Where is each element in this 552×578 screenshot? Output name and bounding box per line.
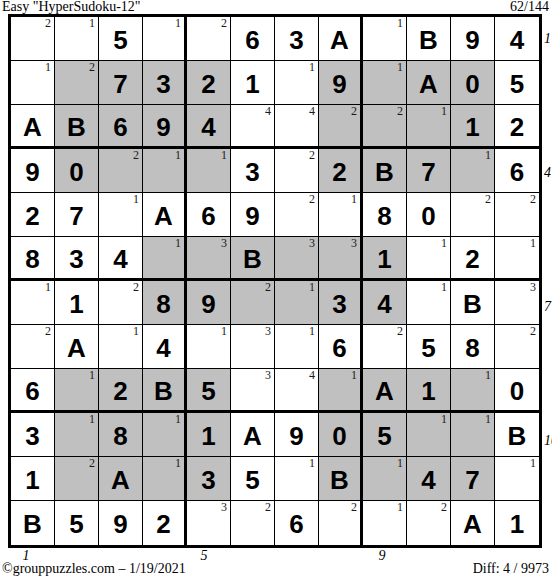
- cell-r3c8[interactable]: 2: [319, 105, 363, 149]
- puzzle-title: Easy "HyperSudoku-12": [2, 0, 141, 14]
- col-label-9: 9: [375, 549, 389, 563]
- given-value: 0: [421, 203, 435, 229]
- given-value: 4: [377, 291, 391, 317]
- pencil-mark: 2: [309, 149, 315, 162]
- cell-r10c2[interactable]: 1: [55, 413, 99, 457]
- cell-r9c9[interactable]: A: [363, 369, 407, 413]
- cell-r1c11[interactable]: 9: [451, 17, 495, 61]
- given-value: B: [330, 467, 349, 493]
- cell-r6c1[interactable]: 8: [11, 237, 55, 281]
- given-value: 3: [245, 159, 259, 185]
- given-value: 1: [510, 511, 524, 537]
- pencil-mark: 2: [441, 501, 447, 514]
- cell-r5c7[interactable]: 2: [275, 193, 319, 237]
- pencil-mark: 1: [89, 413, 95, 426]
- given-value: 5: [510, 71, 524, 97]
- cell-r4c5[interactable]: 1: [187, 149, 231, 193]
- cell-r2c9[interactable]: 1: [363, 61, 407, 105]
- cell-r8c1[interactable]: 2: [11, 325, 55, 369]
- given-value: 8: [465, 335, 479, 361]
- given-value: 8: [377, 203, 391, 229]
- cell-r7c1[interactable]: 1: [11, 281, 55, 325]
- cell-r7c12[interactable]: 3: [495, 281, 539, 325]
- pencil-mark: 1: [397, 457, 403, 470]
- given-value: 2: [332, 159, 346, 185]
- given-value: 7: [465, 467, 479, 493]
- pencil-mark: 1: [221, 325, 227, 338]
- pencil-mark: 3: [221, 237, 227, 250]
- given-value: 5: [377, 423, 391, 449]
- cell-r12c8[interactable]: 2: [319, 501, 363, 545]
- puzzle-counter: 62/144: [510, 0, 549, 14]
- cell-r1c4[interactable]: 1: [143, 17, 187, 61]
- pencil-mark: 2: [397, 325, 403, 338]
- cell-r7c5[interactable]: 9: [187, 281, 231, 325]
- pencil-mark: 1: [441, 105, 447, 118]
- pencil-mark: 1: [485, 369, 491, 382]
- cell-r5c8[interactable]: 1: [319, 193, 363, 237]
- cell-r6c9[interactable]: 1: [363, 237, 407, 281]
- cell-r12c5[interactable]: 3: [187, 501, 231, 545]
- cell-r11c11[interactable]: 7: [451, 457, 495, 501]
- cell-r3c3[interactable]: 6: [99, 105, 143, 149]
- cell-r2c4[interactable]: 3: [143, 61, 187, 105]
- pencil-mark: 3: [309, 237, 315, 250]
- given-value: 5: [69, 511, 83, 537]
- cell-r9c7[interactable]: 4: [275, 369, 319, 413]
- col-label-5: 5: [197, 549, 211, 563]
- pencil-mark: 2: [309, 193, 315, 206]
- pencil-mark: 4: [309, 369, 315, 382]
- cell-r4c7[interactable]: 2: [275, 149, 319, 193]
- given-value: B: [508, 423, 527, 449]
- cell-r10c10[interactable]: 1: [407, 413, 451, 457]
- cell-r4c6[interactable]: 3: [231, 149, 275, 193]
- given-value: A: [154, 203, 173, 229]
- cell-r10c12[interactable]: B: [495, 413, 539, 457]
- given-value: 4: [113, 246, 127, 272]
- cell-r4c1[interactable]: 9: [11, 149, 55, 193]
- cell-r4c4[interactable]: 1: [143, 149, 187, 193]
- cell-r10c9[interactable]: 5: [363, 413, 407, 457]
- cell-r5c5[interactable]: 6: [187, 193, 231, 237]
- given-value: 3: [289, 27, 303, 53]
- cell-r1c6[interactable]: 6: [231, 17, 275, 61]
- pencil-mark: 1: [89, 17, 95, 30]
- given-value: 6: [201, 203, 215, 229]
- cell-r6c4[interactable]: 1: [143, 237, 187, 281]
- cell-r8c5[interactable]: 1: [187, 325, 231, 369]
- pencil-mark: 1: [351, 193, 357, 206]
- given-value: 7: [113, 71, 127, 97]
- cell-r7c11[interactable]: B: [451, 281, 495, 325]
- cell-r11c4[interactable]: 1: [143, 457, 187, 501]
- given-value: 1: [465, 114, 479, 140]
- cell-r9c10[interactable]: 1: [407, 369, 451, 413]
- cell-r12c10[interactable]: 2: [407, 501, 451, 545]
- given-value: 0: [332, 423, 346, 449]
- pencil-mark: 4: [265, 105, 271, 118]
- pencil-mark: 1: [309, 457, 315, 470]
- pencil-mark: 4: [309, 105, 315, 118]
- cell-r8c6[interactable]: 3: [231, 325, 275, 369]
- cell-r6c10[interactable]: 1: [407, 237, 451, 281]
- given-value: 3: [69, 246, 83, 272]
- pencil-mark: 3: [265, 369, 271, 382]
- pencil-mark: 1: [89, 369, 95, 382]
- pencil-mark: 2: [485, 193, 491, 206]
- cell-r5c1[interactable]: 2: [11, 193, 55, 237]
- cell-r11c2[interactable]: 2: [55, 457, 99, 501]
- cell-r10c7[interactable]: 9: [275, 413, 319, 457]
- pencil-mark: 1: [175, 413, 181, 426]
- given-value: 9: [289, 423, 303, 449]
- cell-r4c3[interactable]: 2: [99, 149, 143, 193]
- cell-r5c11[interactable]: 2: [451, 193, 495, 237]
- cell-r4c10[interactable]: 7: [407, 149, 451, 193]
- cell-r3c1[interactable]: A: [11, 105, 55, 149]
- given-value: 8: [156, 291, 170, 317]
- pencil-mark: 2: [89, 61, 95, 74]
- given-value: 2: [465, 246, 479, 272]
- cell-r2c8[interactable]: 9: [319, 61, 363, 105]
- given-value: B: [243, 246, 262, 272]
- given-value: 1: [377, 246, 391, 272]
- cell-r11c3[interactable]: A: [99, 457, 143, 501]
- cell-r10c8[interactable]: 0: [319, 413, 363, 457]
- cell-r10c11[interactable]: 1: [451, 413, 495, 457]
- pencil-mark: 1: [485, 149, 491, 162]
- cell-r9c12[interactable]: 0: [495, 369, 539, 413]
- given-value: 2: [510, 114, 524, 140]
- cell-r6c12[interactable]: 1: [495, 237, 539, 281]
- cell-r8c9[interactable]: 2: [363, 325, 407, 369]
- cell-r7c6[interactable]: 2: [231, 281, 275, 325]
- cell-r4c12[interactable]: 6: [495, 149, 539, 193]
- given-value: 5: [113, 27, 127, 53]
- cell-r11c7[interactable]: 1: [275, 457, 319, 501]
- pencil-mark: 2: [265, 501, 271, 514]
- cell-r4c8[interactable]: 2: [319, 149, 363, 193]
- cell-r11c6[interactable]: 5: [231, 457, 275, 501]
- cell-r11c1[interactable]: 1: [11, 457, 55, 501]
- sudoku-board: 2151263A1B94127321191A05AB69444221129021…: [8, 14, 542, 548]
- given-value: 8: [25, 246, 39, 272]
- pencil-mark: 1: [133, 325, 139, 338]
- cell-r7c10[interactable]: 1: [407, 281, 451, 325]
- pencil-mark: 1: [175, 237, 181, 250]
- cell-r5c9[interactable]: 8: [363, 193, 407, 237]
- cell-r2c5[interactable]: 2: [187, 61, 231, 105]
- pencil-mark: 2: [133, 281, 139, 294]
- pencil-mark: 1: [45, 281, 51, 294]
- given-value: 1: [25, 467, 39, 493]
- cell-r11c8[interactable]: B: [319, 457, 363, 501]
- cell-r2c10[interactable]: A: [407, 61, 451, 105]
- given-value: 4: [510, 27, 524, 53]
- pencil-mark: 1: [441, 237, 447, 250]
- pencil-mark: 2: [265, 281, 271, 294]
- cell-r3c9[interactable]: 2: [363, 105, 407, 149]
- cell-r8c3[interactable]: 1: [99, 325, 143, 369]
- cell-r1c5[interactable]: 2: [187, 17, 231, 61]
- given-value: 7: [69, 203, 83, 229]
- pencil-mark: 1: [441, 413, 447, 426]
- cell-r7c4[interactable]: 8: [143, 281, 187, 325]
- cell-r6c2[interactable]: 3: [55, 237, 99, 281]
- cell-r2c11[interactable]: 0: [451, 61, 495, 105]
- given-value: 9: [25, 159, 39, 185]
- given-value: 5: [201, 378, 215, 404]
- given-value: 1: [69, 291, 83, 317]
- cell-r11c5[interactable]: 3: [187, 457, 231, 501]
- row-label-1: 1: [544, 32, 552, 46]
- given-value: 0: [510, 378, 524, 404]
- given-value: A: [243, 423, 262, 449]
- cell-r2c7[interactable]: 1: [275, 61, 319, 105]
- cell-r1c1[interactable]: 2: [11, 17, 55, 61]
- pencil-mark: 1: [351, 369, 357, 382]
- given-value: A: [330, 27, 349, 53]
- pencil-mark: 1: [45, 61, 51, 74]
- cell-r4c9[interactable]: B: [363, 149, 407, 193]
- pencil-mark: 2: [45, 325, 51, 338]
- cell-r12c6[interactable]: 2: [231, 501, 275, 545]
- cell-r9c3[interactable]: 2: [99, 369, 143, 413]
- pencil-mark: 1: [441, 281, 447, 294]
- cell-r11c12[interactable]: 1: [495, 457, 539, 501]
- pencil-mark: 2: [530, 325, 536, 338]
- cell-r7c3[interactable]: 2: [99, 281, 143, 325]
- cell-r7c8[interactable]: 3: [319, 281, 363, 325]
- cell-r5c4[interactable]: A: [143, 193, 187, 237]
- given-value: 4: [156, 335, 170, 361]
- given-value: 5: [421, 335, 435, 361]
- cell-r11c10[interactable]: 4: [407, 457, 451, 501]
- cell-r12c12[interactable]: 1: [495, 501, 539, 545]
- pencil-mark: 1: [175, 457, 181, 470]
- pencil-mark: 1: [397, 17, 403, 30]
- pencil-mark: 1: [530, 237, 536, 250]
- cell-r2c2[interactable]: 2: [55, 61, 99, 105]
- cell-r1c12[interactable]: 4: [495, 17, 539, 61]
- cell-r7c9[interactable]: 4: [363, 281, 407, 325]
- cell-r10c1[interactable]: 3: [11, 413, 55, 457]
- cell-r6c7[interactable]: 3: [275, 237, 319, 281]
- pencil-mark: 1: [309, 325, 315, 338]
- given-value: B: [375, 159, 394, 185]
- pencil-mark: 1: [309, 61, 315, 74]
- pencil-mark: 1: [221, 149, 227, 162]
- cell-r12c9[interactable]: 1: [363, 501, 407, 545]
- cell-r10c3[interactable]: 8: [99, 413, 143, 457]
- given-value: 9: [201, 291, 215, 317]
- pencil-mark: 1: [175, 17, 181, 30]
- given-value: 1: [421, 378, 435, 404]
- cell-r12c3[interactable]: 9: [99, 501, 143, 545]
- cell-r12c7[interactable]: 6: [275, 501, 319, 545]
- cell-r2c3[interactable]: 7: [99, 61, 143, 105]
- given-value: 2: [25, 203, 39, 229]
- given-value: A: [419, 71, 438, 97]
- given-value: 6: [289, 511, 303, 537]
- pencil-mark: 2: [221, 17, 227, 30]
- given-value: 7: [421, 159, 435, 185]
- given-value: A: [67, 335, 86, 361]
- given-value: 9: [245, 203, 259, 229]
- cell-r10c5[interactable]: 1: [187, 413, 231, 457]
- pencil-mark: 2: [45, 17, 51, 30]
- given-value: 6: [332, 335, 346, 361]
- difficulty-text: Diff: 4 / 9973: [473, 561, 549, 576]
- given-value: 8: [113, 423, 127, 449]
- cell-r9c8[interactable]: 1: [319, 369, 363, 413]
- given-value: 9: [332, 71, 346, 97]
- pencil-mark: 2: [397, 105, 403, 118]
- pencil-mark: 1: [485, 413, 491, 426]
- cell-r6c6[interactable]: B: [231, 237, 275, 281]
- cell-r2c1[interactable]: 1: [11, 61, 55, 105]
- cell-r9c5[interactable]: 5: [187, 369, 231, 413]
- given-value: 5: [245, 467, 259, 493]
- cell-r1c3[interactable]: 5: [99, 17, 143, 61]
- cell-r4c11[interactable]: 1: [451, 149, 495, 193]
- pencil-mark: 1: [133, 193, 139, 206]
- pencil-mark: 3: [265, 325, 271, 338]
- cell-r8c4[interactable]: 4: [143, 325, 187, 369]
- given-value: 3: [201, 467, 215, 493]
- pencil-mark: 2: [133, 149, 139, 162]
- pencil-mark: 2: [530, 193, 536, 206]
- given-value: B: [419, 27, 438, 53]
- given-value: 0: [465, 71, 479, 97]
- cell-r10c4[interactable]: 1: [143, 413, 187, 457]
- cell-r5c6[interactable]: 9: [231, 193, 275, 237]
- cell-r3c11[interactable]: 1: [451, 105, 495, 149]
- given-value: 2: [113, 378, 127, 404]
- given-value: 2: [201, 71, 215, 97]
- cell-r12c1[interactable]: B: [11, 501, 55, 545]
- cell-r3c10[interactable]: 1: [407, 105, 451, 149]
- pencil-mark: 3: [351, 237, 357, 250]
- cell-r2c6[interactable]: 1: [231, 61, 275, 105]
- cell-r8c10[interactable]: 5: [407, 325, 451, 369]
- cell-r7c7[interactable]: 1: [275, 281, 319, 325]
- pencil-mark: 2: [351, 501, 357, 514]
- cell-r9c6[interactable]: 3: [231, 369, 275, 413]
- cell-r1c9[interactable]: 1: [363, 17, 407, 61]
- given-value: 4: [201, 114, 215, 140]
- cell-r10c6[interactable]: A: [231, 413, 275, 457]
- given-value: 6: [510, 159, 524, 185]
- given-value: 9: [465, 27, 479, 53]
- given-value: A: [463, 511, 482, 537]
- cell-r1c2[interactable]: 1: [55, 17, 99, 61]
- row-label-7: 7: [544, 300, 552, 314]
- pencil-mark: 1: [397, 501, 403, 514]
- given-value: 0: [69, 159, 83, 185]
- given-value: B: [463, 291, 482, 317]
- given-value: 9: [156, 114, 170, 140]
- cell-r3c12[interactable]: 2: [495, 105, 539, 149]
- cell-r9c2[interactable]: 1: [55, 369, 99, 413]
- given-value: 6: [25, 378, 39, 404]
- pencil-mark: 3: [530, 281, 536, 294]
- cell-r12c2[interactable]: 5: [55, 501, 99, 545]
- cell-r3c5[interactable]: 4: [187, 105, 231, 149]
- cell-r6c11[interactable]: 2: [451, 237, 495, 281]
- cell-r6c5[interactable]: 3: [187, 237, 231, 281]
- copyright-text: ©grouppuzzles.com – 1/19/2021: [2, 561, 186, 576]
- cell-r1c8[interactable]: A: [319, 17, 363, 61]
- given-value: 9: [113, 511, 127, 537]
- pencil-mark: 3: [221, 501, 227, 514]
- row-label-4: 4: [544, 166, 552, 180]
- pencil-mark: 2: [89, 457, 95, 470]
- cell-r6c3[interactable]: 4: [99, 237, 143, 281]
- cell-r7c2[interactable]: 1: [55, 281, 99, 325]
- given-value: B: [23, 511, 42, 537]
- cell-r3c6[interactable]: 4: [231, 105, 275, 149]
- given-value: 6: [113, 114, 127, 140]
- given-value: 2: [156, 511, 170, 537]
- given-value: 3: [156, 71, 170, 97]
- cell-r9c4[interactable]: B: [143, 369, 187, 413]
- cell-r1c10[interactable]: B: [407, 17, 451, 61]
- given-value: 3: [332, 291, 346, 317]
- given-value: 6: [245, 27, 259, 53]
- given-value: A: [23, 114, 42, 140]
- given-value: 4: [421, 467, 435, 493]
- pencil-mark: 2: [351, 105, 357, 118]
- pencil-mark: 1: [175, 149, 181, 162]
- cell-r12c4[interactable]: 2: [143, 501, 187, 545]
- cell-r5c3[interactable]: 1: [99, 193, 143, 237]
- pencil-mark: 1: [530, 457, 536, 470]
- given-value: 1: [201, 423, 215, 449]
- cell-r3c2[interactable]: B: [55, 105, 99, 149]
- given-value: 1: [245, 71, 259, 97]
- cell-r3c4[interactable]: 9: [143, 105, 187, 149]
- cell-r8c11[interactable]: 8: [451, 325, 495, 369]
- row-label-10: 10: [544, 434, 552, 448]
- pencil-mark: 1: [309, 281, 315, 294]
- cell-r8c7[interactable]: 1: [275, 325, 319, 369]
- cell-r3c7[interactable]: 4: [275, 105, 319, 149]
- cell-r8c8[interactable]: 6: [319, 325, 363, 369]
- cell-r1c7[interactable]: 3: [275, 17, 319, 61]
- cell-r5c2[interactable]: 7: [55, 193, 99, 237]
- cell-r12c11[interactable]: A: [451, 501, 495, 545]
- given-value: A: [375, 378, 394, 404]
- cell-r2c12[interactable]: 5: [495, 61, 539, 105]
- cell-r11c9[interactable]: 1: [363, 457, 407, 501]
- cell-r5c12[interactable]: 2: [495, 193, 539, 237]
- cell-r9c1[interactable]: 6: [11, 369, 55, 413]
- given-value: A: [111, 467, 130, 493]
- cell-r4c2[interactable]: 0: [55, 149, 99, 193]
- pencil-mark: 1: [397, 61, 403, 74]
- cell-r5c10[interactable]: 0: [407, 193, 451, 237]
- given-value: 3: [25, 423, 39, 449]
- given-value: B: [67, 114, 86, 140]
- cell-r8c12[interactable]: 2: [495, 325, 539, 369]
- given-value: B: [154, 378, 173, 404]
- cell-r6c8[interactable]: 3: [319, 237, 363, 281]
- cell-r8c2[interactable]: A: [55, 325, 99, 369]
- cell-r9c11[interactable]: 1: [451, 369, 495, 413]
